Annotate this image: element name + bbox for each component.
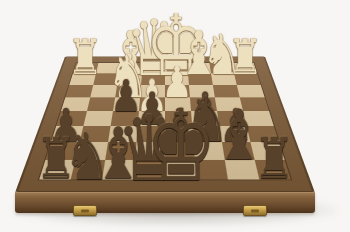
chessboard-photo: ♜♝♛♚♝♞♜♟♞♟♟♟♟♟♟♟♞♟♝♜♞♝♛♚♜: [0, 0, 350, 232]
white-rook[interactable]: ♜: [228, 33, 263, 81]
white-rook[interactable]: ♜: [68, 33, 103, 81]
board-square[interactable]: [65, 85, 93, 97]
brass-clasp-right: [243, 205, 267, 216]
black-rook[interactable]: ♜: [254, 131, 295, 188]
brass-clasp-left: [73, 205, 97, 216]
black-king[interactable]: ♚: [145, 97, 216, 196]
